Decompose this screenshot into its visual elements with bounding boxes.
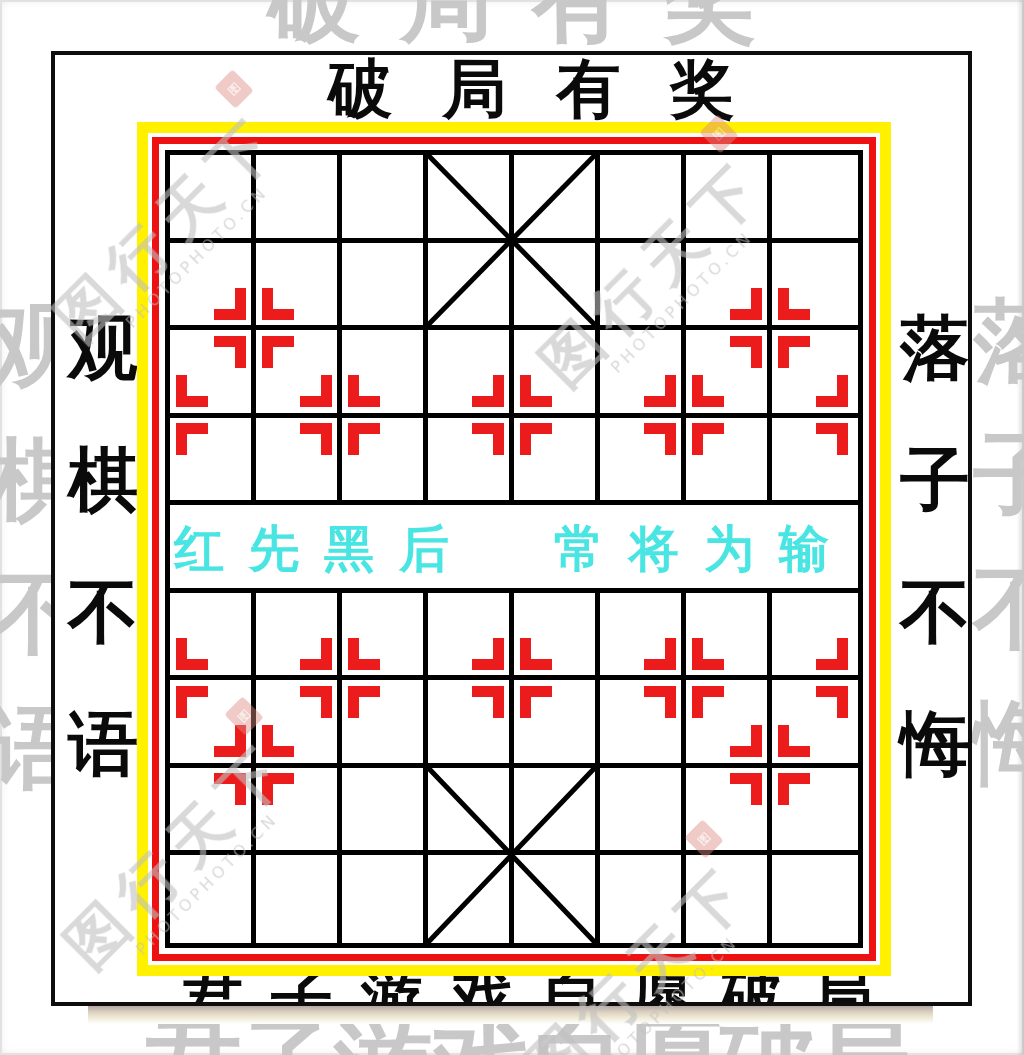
marker-bracket: [472, 638, 504, 670]
marker-bracket: [214, 725, 246, 757]
marker-bracket: [692, 686, 724, 718]
marker-bracket: [520, 375, 552, 407]
board-cell: [686, 155, 772, 243]
point-marker: [472, 375, 552, 455]
marker-bracket: [730, 336, 762, 368]
marker-bracket: [644, 638, 676, 670]
calligraphy-char: 局: [443, 57, 507, 121]
point-marker: [816, 375, 896, 455]
marker-bracket: [730, 288, 762, 320]
point-marker: [644, 638, 724, 718]
marker-bracket: [520, 638, 552, 670]
marker-bracket: [692, 638, 724, 670]
point-marker: [816, 638, 896, 718]
calligraphy-char: 局: [400, 0, 492, 46]
calligraphy-char: 悔: [893, 709, 972, 779]
marker-bracket: [176, 638, 208, 670]
calligraphy-char: 悔: [970, 697, 1024, 787]
marker-bracket: [300, 375, 332, 407]
palace-diagonals-top: [423, 150, 603, 330]
board-cell: [256, 155, 342, 243]
echo-title-top: 破局有奖: [0, 0, 1024, 46]
board-cell: [772, 155, 858, 243]
board-cell: [600, 155, 686, 243]
echo-side-right: 落子不悔: [970, 295, 1024, 787]
marker-bracket: [644, 423, 676, 455]
calligraphy-char: 落: [893, 313, 972, 383]
river-text-right: 常将为输: [554, 516, 854, 583]
marker-bracket: [262, 773, 294, 805]
marker-bracket: [214, 773, 246, 805]
point-marker: [644, 375, 724, 455]
calligraphy-char: 棋: [61, 445, 145, 515]
marker-bracket: [816, 423, 848, 455]
calligraphy-char: 有: [532, 0, 624, 46]
marker-bracket: [472, 375, 504, 407]
marker-bracket: [520, 423, 552, 455]
marker-bracket: [262, 336, 294, 368]
river-inscription: 红先黑后 常将为输: [170, 507, 858, 591]
calligraphy-char: 观: [61, 313, 145, 383]
xiangqi-board: 红先黑后 常将为输: [165, 150, 863, 948]
point-marker: [730, 288, 810, 368]
board-cell: [170, 855, 256, 943]
marker-bracket: [692, 423, 724, 455]
calligraphy-char: 破: [268, 0, 360, 46]
marker-bracket: [520, 686, 552, 718]
board-cell: [342, 855, 428, 943]
marker-bracket: [644, 375, 676, 407]
board-cell: [600, 855, 686, 943]
marker-bracket: [176, 686, 208, 718]
calligraphy-char: 奖: [664, 0, 756, 46]
calligraphy-char: 不: [61, 577, 145, 647]
top-motto: 破局有奖: [75, 57, 972, 121]
right-motto: 落子不悔: [893, 313, 972, 779]
point-marker: [300, 375, 380, 455]
calligraphy-char: 语: [61, 709, 145, 779]
board-cell: [342, 243, 428, 331]
board-cell: [600, 768, 686, 856]
marker-bracket: [778, 336, 810, 368]
marker-bracket: [778, 773, 810, 805]
marker-bracket: [816, 638, 848, 670]
point-marker: [214, 288, 294, 368]
marker-bracket: [176, 423, 208, 455]
calligraphy-char: 子: [970, 429, 1024, 519]
point-marker: [730, 725, 810, 805]
marker-bracket: [300, 686, 332, 718]
marker-bracket: [472, 423, 504, 455]
board-cell: [256, 855, 342, 943]
calligraphy-char: 落: [970, 295, 1024, 385]
poster-drop-shadow: [88, 1006, 933, 1024]
river-text-left: 红先黑后: [174, 516, 474, 583]
calligraphy-char: 子: [893, 445, 972, 515]
calligraphy-char: 奖: [671, 57, 735, 121]
calligraphy-char: 有: [557, 57, 621, 121]
marker-bracket: [214, 288, 246, 320]
marker-bracket: [176, 375, 208, 407]
board-cell: [772, 855, 858, 943]
marker-bracket: [348, 638, 380, 670]
calligraphy-char: 破: [329, 57, 393, 121]
marker-bracket: [348, 375, 380, 407]
marker-bracket: [730, 725, 762, 757]
poster-frame: 破局有奖 观棋不语 落子不悔 君子游戏自愿破局 红先黑后 常将为输: [51, 51, 972, 1006]
marker-bracket: [730, 773, 762, 805]
point-marker: [214, 725, 294, 805]
xiangqi-poster-page: 破局有奖 君子游戏自愿破局 观棋不语 落子不悔 破局有奖 观棋不语 落子不悔 君…: [0, 0, 1024, 1055]
palace-diagonals-bottom: [423, 762, 603, 948]
marker-bracket: [816, 375, 848, 407]
board-cell: [342, 155, 428, 243]
marker-bracket: [778, 725, 810, 757]
marker-bracket: [300, 638, 332, 670]
board-yellow-border: 红先黑后 常将为输: [137, 122, 891, 976]
marker-bracket: [262, 288, 294, 320]
marker-bracket: [348, 423, 380, 455]
marker-bracket: [778, 288, 810, 320]
marker-bracket: [816, 686, 848, 718]
marker-bracket: [262, 725, 294, 757]
marker-bracket: [644, 686, 676, 718]
board-cell: [342, 768, 428, 856]
calligraphy-char: 不: [970, 563, 1024, 653]
marker-bracket: [472, 686, 504, 718]
marker-bracket: [348, 686, 380, 718]
marker-bracket: [214, 336, 246, 368]
calligraphy-char: 不: [893, 577, 972, 647]
board-cell: [170, 155, 256, 243]
point-marker: [128, 375, 208, 455]
point-marker: [128, 638, 208, 718]
board-red-border: 红先黑后 常将为输: [152, 137, 876, 961]
marker-bracket: [300, 423, 332, 455]
point-marker: [300, 638, 380, 718]
board-cell: [600, 243, 686, 331]
point-marker: [472, 638, 552, 718]
marker-bracket: [692, 375, 724, 407]
board-cell: [686, 855, 772, 943]
